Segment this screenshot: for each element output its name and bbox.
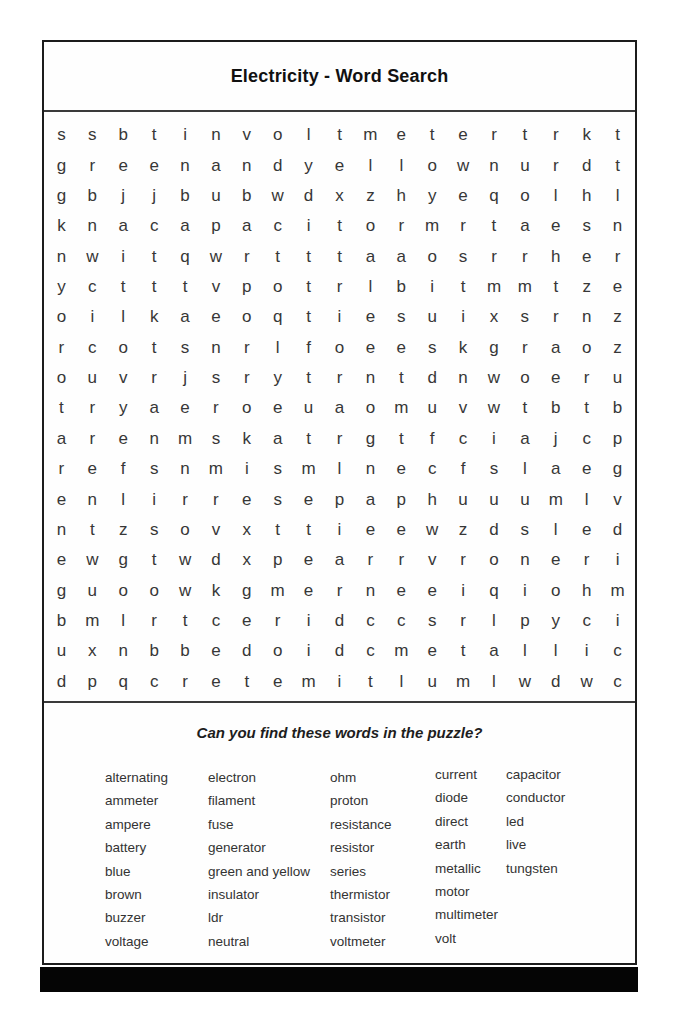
grid-cell: w <box>571 667 602 697</box>
word-list-item: voltmeter <box>330 930 392 953</box>
grid-cell: s <box>417 333 448 363</box>
grid-cell: v <box>602 484 633 514</box>
grid-cell: o <box>540 576 571 606</box>
grid-cell: l <box>108 606 139 636</box>
grid-cell: m <box>77 606 108 636</box>
grid-cell: i <box>324 515 355 545</box>
grid-cell: n <box>355 576 386 606</box>
grid-cell: u <box>509 150 540 180</box>
grid-cell: t <box>324 120 355 150</box>
grid-cell: e <box>139 150 170 180</box>
grid-cell: a <box>108 211 139 241</box>
grid-cell: h <box>540 241 571 271</box>
grid-cell: t <box>571 393 602 423</box>
grid-cell: m <box>386 393 417 423</box>
grid-cell: w <box>509 667 540 697</box>
grid-cell: i <box>571 636 602 666</box>
word-list-item: diode <box>435 786 498 809</box>
grid-cell: t <box>46 393 77 423</box>
grid-cell: e <box>417 636 448 666</box>
grid-cell: t <box>139 120 170 150</box>
grid-cell: u <box>77 576 108 606</box>
grid-cell: r <box>170 667 201 697</box>
grid-cell: o <box>262 636 293 666</box>
grid-cell: r <box>77 150 108 180</box>
grid-cell: n <box>355 363 386 393</box>
grid-cell: l <box>262 333 293 363</box>
grid-cell: t <box>479 211 510 241</box>
grid-cell: u <box>77 363 108 393</box>
grid-cell: g <box>46 181 77 211</box>
grid-cell: z <box>108 515 139 545</box>
grid-cell: n <box>448 363 479 393</box>
grid-cell: r <box>324 576 355 606</box>
grid-cell: v <box>200 515 231 545</box>
grid-cell: g <box>602 454 633 484</box>
grid-cell: m <box>293 667 324 697</box>
grid-cell: k <box>46 211 77 241</box>
grid-cell: m <box>540 484 571 514</box>
grid-cell: o <box>417 150 448 180</box>
grid-cell: l <box>386 150 417 180</box>
grid-cell: e <box>540 545 571 575</box>
grid-cell: t <box>293 302 324 332</box>
grid-cell: e <box>386 333 417 363</box>
grid-cell: w <box>170 545 201 575</box>
grid-cell: e <box>448 181 479 211</box>
word-list-column: ohmprotonresistanceresistorseriesthermis… <box>330 766 392 953</box>
grid-cell: a <box>386 241 417 271</box>
grid-cell: i <box>77 302 108 332</box>
grid-cell: m <box>262 576 293 606</box>
grid-cell: o <box>231 302 262 332</box>
grid-cell: l <box>108 302 139 332</box>
grid-cell: e <box>386 454 417 484</box>
grid-cell: r <box>324 424 355 454</box>
grid-cell: s <box>262 454 293 484</box>
grid-cell: c <box>139 667 170 697</box>
grid-cell: r <box>324 272 355 302</box>
word-list-item: tungsten <box>506 857 565 880</box>
grid-cell: n <box>170 454 201 484</box>
grid-cell: c <box>571 606 602 636</box>
grid-cell: y <box>262 363 293 393</box>
grid-cell: m <box>293 454 324 484</box>
grid-cell: h <box>417 484 448 514</box>
grid-cell: t <box>448 272 479 302</box>
grid-cell: t <box>602 120 633 150</box>
grid-cell: h <box>386 181 417 211</box>
grid-cell: t <box>509 120 540 150</box>
grid-cell: t <box>170 272 201 302</box>
word-list-column: alternatingammeteramperebatterybluebrown… <box>105 766 168 953</box>
grid-cell: m <box>417 211 448 241</box>
grid-cell: a <box>231 211 262 241</box>
grid-cell: a <box>324 393 355 423</box>
grid-cell: o <box>509 363 540 393</box>
grid-cell: r <box>355 545 386 575</box>
grid-cell: c <box>262 211 293 241</box>
grid-cell: b <box>139 636 170 666</box>
grid-cell: r <box>139 606 170 636</box>
grid-cell: r <box>509 241 540 271</box>
grid-cell: d <box>602 515 633 545</box>
word-list-item: filament <box>208 789 310 812</box>
grid-cell: i <box>293 211 324 241</box>
word-list-item: multimeter <box>435 903 498 926</box>
grid-cell: c <box>139 211 170 241</box>
word-list-item: voltage <box>105 930 168 953</box>
grid-cell: r <box>200 484 231 514</box>
grid-cell: n <box>479 150 510 180</box>
grid-cell: j <box>108 181 139 211</box>
grid-cell: e <box>170 393 201 423</box>
grid-cell: m <box>200 454 231 484</box>
grid-cell: r <box>200 393 231 423</box>
grid-cell: k <box>448 333 479 363</box>
grid-cell: r <box>571 545 602 575</box>
grid-cell: t <box>293 241 324 271</box>
grid-cell: r <box>231 333 262 363</box>
word-list-item: motor <box>435 880 498 903</box>
word-list-item: neutral <box>208 930 310 953</box>
grid-cell: e <box>417 576 448 606</box>
word-list-item: ampere <box>105 813 168 836</box>
grid-cell: t <box>417 120 448 150</box>
grid-cell: t <box>602 150 633 180</box>
grid-cell: r <box>139 363 170 393</box>
grid-cell: a <box>509 211 540 241</box>
grid-cell: d <box>293 181 324 211</box>
grid-cell: f <box>108 454 139 484</box>
grid-cell: k <box>231 424 262 454</box>
grid-cell: i <box>509 576 540 606</box>
grid-cell: p <box>200 211 231 241</box>
grid-cell: z <box>602 333 633 363</box>
grid-cell: u <box>417 393 448 423</box>
grid-cell: p <box>77 667 108 697</box>
grid-cell: e <box>77 454 108 484</box>
word-list-item: live <box>506 833 565 856</box>
grid-cell: t <box>448 636 479 666</box>
grid-cell: e <box>355 333 386 363</box>
grid-cell: b <box>231 181 262 211</box>
word-list-column: currentdiodedirectearthmetallicmotormult… <box>435 763 498 950</box>
grid-cell: e <box>324 150 355 180</box>
grid-cell: b <box>386 272 417 302</box>
puzzle-box: Electricity - Word Search ssbtinvoltmete… <box>42 40 637 965</box>
grid-cell: v <box>231 120 262 150</box>
grid-cell: a <box>509 424 540 454</box>
grid-cell: c <box>77 272 108 302</box>
grid-cell: r <box>324 363 355 393</box>
grid-cell: u <box>293 393 324 423</box>
grid-cell: r <box>77 393 108 423</box>
grid-cell: d <box>46 667 77 697</box>
grid-cell: w <box>170 576 201 606</box>
grid-cell: m <box>448 667 479 697</box>
grid-cell: g <box>46 576 77 606</box>
grid-cell: t <box>231 667 262 697</box>
grid-cell: c <box>448 424 479 454</box>
grid-cell: t <box>324 241 355 271</box>
grid-cell: i <box>448 576 479 606</box>
grid-cell: i <box>479 424 510 454</box>
grid-cell: o <box>46 363 77 393</box>
word-list-item: direct <box>435 810 498 833</box>
grid-cell: t <box>262 515 293 545</box>
grid-cell: t <box>293 424 324 454</box>
grid-cell: b <box>108 120 139 150</box>
grid-cell: i <box>108 241 139 271</box>
grid-cell: l <box>324 454 355 484</box>
grid-cell: k <box>200 576 231 606</box>
grid-cell: s <box>77 120 108 150</box>
grid-cell: r <box>262 606 293 636</box>
grid-cell: i <box>602 545 633 575</box>
word-list-item: ohm <box>330 766 392 789</box>
grid-cell: d <box>200 545 231 575</box>
grid-cell: r <box>602 241 633 271</box>
grid-cell: a <box>262 424 293 454</box>
grid-cell: r <box>170 484 201 514</box>
grid-cell: s <box>200 363 231 393</box>
grid-cell: w <box>200 241 231 271</box>
grid-cell: w <box>448 150 479 180</box>
grid-cell: l <box>108 484 139 514</box>
grid-cell: n <box>231 150 262 180</box>
grid-cell: o <box>355 211 386 241</box>
grid-cell: b <box>170 636 201 666</box>
grid-cell: s <box>509 302 540 332</box>
grid-cell: t <box>386 424 417 454</box>
grid-cell: r <box>571 363 602 393</box>
grid-cell: u <box>417 302 448 332</box>
grid-cell: c <box>602 667 633 697</box>
grid-cell: n <box>77 484 108 514</box>
word-list-item: buzzer <box>105 906 168 929</box>
grid-cell: d <box>540 667 571 697</box>
grid-cell: e <box>293 545 324 575</box>
grid-cell: o <box>139 576 170 606</box>
words-heading: Can you find these words in the puzzle? <box>44 703 635 741</box>
grid-cell: l <box>540 636 571 666</box>
word-list-item: resistance <box>330 813 392 836</box>
grid-cell: o <box>509 181 540 211</box>
grid-cell: e <box>386 120 417 150</box>
grid-cell: i <box>293 636 324 666</box>
word-list-item: conductor <box>506 786 565 809</box>
grid-cell: r <box>540 150 571 180</box>
word-list-item: generator <box>208 836 310 859</box>
word-list-item: electron <box>208 766 310 789</box>
grid-cell: e <box>448 120 479 150</box>
grid-cell: t <box>139 333 170 363</box>
grid-cell: o <box>324 333 355 363</box>
grid-cell: w <box>417 515 448 545</box>
grid-cell: d <box>324 636 355 666</box>
grid-cell: e <box>200 667 231 697</box>
grid-cell: m <box>509 272 540 302</box>
grid-cell: i <box>324 302 355 332</box>
grid-cell: j <box>540 424 571 454</box>
grid-cell: l <box>355 272 386 302</box>
grid-cell: l <box>509 454 540 484</box>
word-list-item: insulator <box>208 883 310 906</box>
grid-cell: j <box>170 363 201 393</box>
grid-cell: d <box>231 636 262 666</box>
grid-cell: y <box>293 150 324 180</box>
grid-cell: x <box>77 636 108 666</box>
grid-cell: o <box>262 272 293 302</box>
grid-cell: q <box>108 667 139 697</box>
word-list-item: battery <box>105 836 168 859</box>
grid-cell: e <box>571 515 602 545</box>
grid-cell: s <box>139 515 170 545</box>
grid-cell: v <box>108 363 139 393</box>
grid-cell: o <box>355 393 386 423</box>
grid-cell: y <box>46 272 77 302</box>
grid-cell: s <box>509 515 540 545</box>
grid-cell: m <box>479 272 510 302</box>
grid-cell: u <box>448 484 479 514</box>
grid-cell: e <box>231 606 262 636</box>
grid-cell: p <box>602 424 633 454</box>
grid-cell: r <box>540 120 571 150</box>
grid-cell: p <box>386 484 417 514</box>
grid-cell: o <box>170 515 201 545</box>
grid-cell: l <box>571 484 602 514</box>
grid-cell: o <box>108 576 139 606</box>
grid-cell: b <box>77 181 108 211</box>
grid-cell: f <box>417 424 448 454</box>
grid-cell: e <box>46 545 77 575</box>
words-section: Can you find these words in the puzzle? … <box>44 703 635 961</box>
grid-cell: r <box>448 211 479 241</box>
grid-cell: c <box>355 606 386 636</box>
grid-cell: c <box>200 606 231 636</box>
grid-cell: k <box>571 120 602 150</box>
grid-cell: i <box>293 606 324 636</box>
grid-cell: i <box>448 302 479 332</box>
grid-cell: e <box>386 576 417 606</box>
grid-cell: r <box>46 454 77 484</box>
grid-cell: g <box>231 576 262 606</box>
grid-cell: e <box>355 515 386 545</box>
grid-cell: d <box>324 606 355 636</box>
grid-cell: m <box>386 636 417 666</box>
grid-cell: n <box>602 211 633 241</box>
grid-cell: v <box>200 272 231 302</box>
grid-cell: t <box>293 363 324 393</box>
grid-cell: i <box>324 667 355 697</box>
grid-cell: a <box>46 424 77 454</box>
grid-cell: o <box>571 333 602 363</box>
grid-cell: s <box>200 424 231 454</box>
grid-cell: a <box>355 484 386 514</box>
grid-cell: e <box>540 363 571 393</box>
grid-cell: l <box>602 181 633 211</box>
grid-cell: w <box>479 363 510 393</box>
grid-cell: t <box>540 272 571 302</box>
grid-cell: n <box>46 515 77 545</box>
grid-cell: r <box>77 424 108 454</box>
grid-cell: m <box>355 120 386 150</box>
grid-cell: s <box>46 120 77 150</box>
grid-cell: w <box>262 181 293 211</box>
grid-cell: w <box>77 241 108 271</box>
grid-cell: z <box>571 272 602 302</box>
grid-cell: v <box>448 393 479 423</box>
grid-cell: n <box>170 150 201 180</box>
grid-cell: q <box>479 181 510 211</box>
grid-cell: e <box>200 636 231 666</box>
grid-cell: a <box>170 211 201 241</box>
word-list-item: alternating <box>105 766 168 789</box>
grid-cell: i <box>231 454 262 484</box>
word-search-grid: ssbtinvoltmetertrktgreenandyellownurdtgb… <box>46 120 633 697</box>
grid-cell: l <box>479 667 510 697</box>
grid-cell: z <box>602 302 633 332</box>
word-list-item: capacitor <box>506 763 565 786</box>
grid-cell: u <box>200 181 231 211</box>
grid-cell: h <box>571 181 602 211</box>
grid-cell: b <box>46 606 77 636</box>
grid-cell: y <box>417 181 448 211</box>
grid-cell: e <box>108 150 139 180</box>
grid-cell: y <box>540 606 571 636</box>
grid-cell: r <box>540 302 571 332</box>
word-list-item: fuse <box>208 813 310 836</box>
grid-cell: e <box>602 272 633 302</box>
grid-cell: i <box>139 484 170 514</box>
grid-cell: x <box>231 515 262 545</box>
word-list-item: thermistor <box>330 883 392 906</box>
grid-cell: t <box>262 241 293 271</box>
grid-cell: r <box>448 606 479 636</box>
grid-cell: e <box>108 424 139 454</box>
grid-cell: l <box>355 150 386 180</box>
grid-cell: p <box>262 545 293 575</box>
grid-cell: o <box>231 393 262 423</box>
grid-cell: s <box>170 333 201 363</box>
grid-cell: o <box>417 241 448 271</box>
grid-cell: s <box>448 241 479 271</box>
grid-cell: e <box>262 667 293 697</box>
grid-cell: t <box>170 606 201 636</box>
grid-cell: l <box>479 606 510 636</box>
grid-cell: m <box>602 576 633 606</box>
grid-cell: r <box>479 120 510 150</box>
grid-cell: x <box>479 302 510 332</box>
grid-cell: z <box>355 181 386 211</box>
word-list-item: brown <box>105 883 168 906</box>
grid-cell: a <box>324 545 355 575</box>
grid-cell: a <box>540 454 571 484</box>
grid-cell: t <box>139 241 170 271</box>
grid-cell: u <box>602 363 633 393</box>
grid-cell: t <box>386 363 417 393</box>
grid-cell: r <box>231 363 262 393</box>
grid-cell: a <box>479 636 510 666</box>
grid-cell: i <box>170 120 201 150</box>
grid-cell: p <box>231 272 262 302</box>
grid-cell: d <box>262 150 293 180</box>
grid-cell: g <box>46 150 77 180</box>
grid-cell: u <box>479 484 510 514</box>
word-list-item: metallic <box>435 857 498 880</box>
grid-cell: r <box>46 333 77 363</box>
